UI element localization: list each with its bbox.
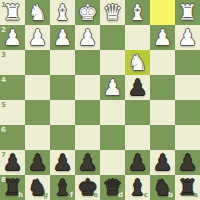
square-a7[interactable]: ♟ [175, 150, 200, 175]
square-c5[interactable] [125, 100, 150, 125]
piece-white-king[interactable]: ♚ [78, 2, 98, 24]
square-g4[interactable] [25, 75, 50, 100]
square-c7[interactable]: ♟ [125, 150, 150, 175]
square-g7[interactable]: ♟ [25, 150, 50, 175]
piece-white-pawn[interactable]: ♟ [78, 27, 98, 49]
piece-black-pawn[interactable]: ♟ [128, 77, 148, 99]
square-h4[interactable]: 4 [0, 75, 25, 100]
square-b5[interactable] [150, 100, 175, 125]
square-g8[interactable]: g♞ [25, 175, 50, 200]
square-g6[interactable] [25, 125, 50, 150]
square-h7[interactable]: 7♟ [0, 150, 25, 175]
piece-black-pawn[interactable]: ♟ [78, 152, 98, 174]
square-f1[interactable]: ♝ [50, 0, 75, 25]
square-g2[interactable]: ♟ [25, 25, 50, 50]
piece-white-queen[interactable]: ♛ [103, 2, 123, 24]
square-a8[interactable]: a♜ [175, 175, 200, 200]
piece-black-queen[interactable]: ♛ [103, 177, 123, 199]
piece-white-rook[interactable]: ♜ [178, 2, 198, 24]
square-f6[interactable] [50, 125, 75, 150]
square-h5[interactable]: 5 [0, 100, 25, 125]
square-h1[interactable]: 1♜ [0, 0, 25, 25]
piece-white-knight[interactable]: ♞ [28, 2, 48, 24]
square-g5[interactable] [25, 100, 50, 125]
square-a2[interactable]: ♟ [175, 25, 200, 50]
piece-black-pawn[interactable]: ♟ [178, 152, 198, 174]
square-d4[interactable]: ♟ [100, 75, 125, 100]
piece-black-pawn[interactable]: ♟ [28, 152, 48, 174]
square-d1[interactable]: ♛ [100, 0, 125, 25]
square-e1[interactable]: ♚ [75, 0, 100, 25]
rank-label-6: 6 [1, 126, 6, 134]
square-b7[interactable]: ♟ [150, 150, 175, 175]
square-c3[interactable]: ♞ [125, 50, 150, 75]
piece-black-rook[interactable]: ♜ [178, 177, 198, 199]
square-e8[interactable]: e♚ [75, 175, 100, 200]
square-a1[interactable]: ♜ [175, 0, 200, 25]
square-g1[interactable]: ♞ [25, 0, 50, 25]
square-c8[interactable]: c♝ [125, 175, 150, 200]
square-f7[interactable]: ♟ [50, 150, 75, 175]
piece-white-pawn[interactable]: ♟ [103, 77, 123, 99]
piece-white-pawn[interactable]: ♟ [3, 27, 23, 49]
square-b1[interactable] [150, 0, 175, 25]
square-c4[interactable]: ♟ [125, 75, 150, 100]
square-e3[interactable] [75, 50, 100, 75]
square-d5[interactable] [100, 100, 125, 125]
piece-white-pawn[interactable]: ♟ [153, 27, 173, 49]
square-h3[interactable]: 3 [0, 50, 25, 75]
piece-black-pawn[interactable]: ♟ [3, 152, 23, 174]
rank-label-5: 5 [1, 101, 6, 109]
piece-black-rook[interactable]: ♜ [3, 177, 23, 199]
piece-black-king[interactable]: ♚ [78, 177, 98, 199]
square-h2[interactable]: 2♟ [0, 25, 25, 50]
chess-board: 1♜♞♝♚♛♝♜2♟♟♟♟♟♟3♞4♟♟567♟♟♟♟♟♟♟8h♜g♞f♝e♚d… [0, 0, 200, 200]
piece-white-rook[interactable]: ♜ [3, 2, 23, 24]
piece-black-bishop[interactable]: ♝ [53, 177, 73, 199]
square-a5[interactable] [175, 100, 200, 125]
square-a3[interactable] [175, 50, 200, 75]
square-c2[interactable] [125, 25, 150, 50]
square-d2[interactable] [100, 25, 125, 50]
square-h6[interactable]: 6 [0, 125, 25, 150]
square-f2[interactable]: ♟ [50, 25, 75, 50]
square-f3[interactable] [50, 50, 75, 75]
square-g3[interactable] [25, 50, 50, 75]
piece-white-bishop[interactable]: ♝ [53, 2, 73, 24]
square-b4[interactable] [150, 75, 175, 100]
square-e5[interactable] [75, 100, 100, 125]
piece-black-pawn[interactable]: ♟ [53, 152, 73, 174]
rank-label-3: 3 [1, 51, 6, 59]
piece-black-pawn[interactable]: ♟ [153, 152, 173, 174]
square-b6[interactable] [150, 125, 175, 150]
piece-white-pawn[interactable]: ♟ [28, 27, 48, 49]
square-f4[interactable] [50, 75, 75, 100]
piece-black-knight[interactable]: ♞ [153, 177, 173, 199]
square-e7[interactable]: ♟ [75, 150, 100, 175]
square-d8[interactable]: d♛ [100, 175, 125, 200]
piece-black-pawn[interactable]: ♟ [128, 152, 148, 174]
square-c1[interactable]: ♝ [125, 0, 150, 25]
piece-white-pawn[interactable]: ♟ [53, 27, 73, 49]
square-f8[interactable]: f♝ [50, 175, 75, 200]
square-e6[interactable] [75, 125, 100, 150]
square-c6[interactable] [125, 125, 150, 150]
piece-black-bishop[interactable]: ♝ [128, 177, 148, 199]
square-a4[interactable] [175, 75, 200, 100]
square-e4[interactable] [75, 75, 100, 100]
rank-label-4: 4 [1, 76, 6, 84]
square-b8[interactable]: b♞ [150, 175, 175, 200]
piece-white-bishop[interactable]: ♝ [128, 2, 148, 24]
square-f5[interactable] [50, 100, 75, 125]
square-d7[interactable] [100, 150, 125, 175]
square-b3[interactable] [150, 50, 175, 75]
square-e2[interactable]: ♟ [75, 25, 100, 50]
piece-white-pawn[interactable]: ♟ [178, 27, 198, 49]
square-d3[interactable] [100, 50, 125, 75]
piece-black-knight[interactable]: ♞ [28, 177, 48, 199]
square-b2[interactable]: ♟ [150, 25, 175, 50]
square-a6[interactable] [175, 125, 200, 150]
square-d6[interactable] [100, 125, 125, 150]
piece-white-knight[interactable]: ♞ [128, 52, 148, 74]
square-h8[interactable]: 8h♜ [0, 175, 25, 200]
